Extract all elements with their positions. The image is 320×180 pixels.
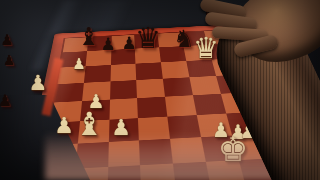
white-pawn-c3[interactable]: ♟ (111, 117, 131, 139)
black-knight-e8[interactable]: ♞ (173, 27, 195, 51)
black-bishop-a8[interactable]: ♝ (78, 24, 100, 49)
white-pawn-offboard-4[interactable]: ♟ (29, 73, 48, 94)
white-pawn-a5[interactable]: ♟ (72, 57, 85, 72)
scene: ♝♟♟♛♞♟♚♛♟♟♟♝♟♟♟♟♚♟♟♟♟ (0, 0, 320, 180)
black-pawn-b7[interactable]: ♟ (100, 36, 115, 53)
white-pawn-a3[interactable]: ♟ (54, 115, 74, 137)
white-king-f2[interactable]: ♚ (218, 132, 248, 166)
white-bishop-b3[interactable]: ♝ (75, 108, 104, 140)
black-pawn-offboard-1[interactable]: ♟ (0, 33, 13, 48)
black-pawn-offboard-3[interactable]: ♟ (0, 93, 12, 109)
black-queen-d8[interactable]: ♛ (135, 24, 161, 53)
black-pawn-offboard-2[interactable]: ♟ (3, 53, 16, 67)
